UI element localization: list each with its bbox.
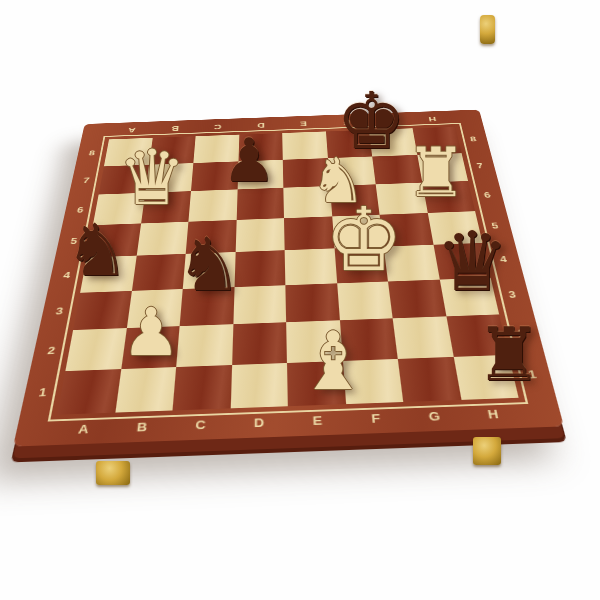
file-label-top-H: H xyxy=(410,114,455,124)
piece-white-king-f4[interactable]: ♚ xyxy=(325,196,404,284)
piece-white-queen-b7[interactable]: ♛ xyxy=(118,140,186,216)
square-g1[interactable] xyxy=(398,356,461,402)
square-d2[interactable] xyxy=(232,322,287,364)
square-d5[interactable] xyxy=(235,218,284,252)
rank-label-left-3: 3 xyxy=(46,293,72,331)
square-d1[interactable] xyxy=(230,363,288,409)
rank-label-right-7: 7 xyxy=(469,152,492,181)
file-label-bottom-G: G xyxy=(404,407,465,426)
piece-black-knight-c4[interactable]: ♞ xyxy=(176,227,242,301)
piece-black-pawn-d7[interactable]: ♟ xyxy=(222,130,276,190)
piece-white-pawn-b2[interactable]: ♟ xyxy=(121,300,180,366)
file-label-bottom-E: E xyxy=(288,412,347,431)
board-tilt-wrapper: ABCDEFGH ABCDEFGH 87654321 87654321 xyxy=(0,0,600,600)
piece-black-knight-a4[interactable]: ♞ xyxy=(65,214,130,286)
file-label-bottom-B: B xyxy=(111,418,171,437)
file-label-bottom-F: F xyxy=(346,409,406,428)
product-photo-stage: ABCDEFGH ABCDEFGH 87654321 87654321 ♚♛♟♞… xyxy=(0,0,600,600)
rank-label-left-7: 7 xyxy=(75,166,96,195)
file-label-bottom-A: A xyxy=(52,420,113,439)
brass-hinge-left xyxy=(96,461,130,485)
square-b1[interactable] xyxy=(115,367,176,413)
square-g2[interactable] xyxy=(393,316,453,358)
brass-clasp-top xyxy=(480,15,495,44)
brass-hinge-right xyxy=(473,437,501,465)
file-label-bottom-D: D xyxy=(229,414,288,433)
square-a1[interactable] xyxy=(57,369,121,415)
rank-label-left-8: 8 xyxy=(81,140,102,167)
square-c1[interactable] xyxy=(173,365,232,411)
square-c2[interactable] xyxy=(176,324,233,366)
piece-black-rook-h1[interactable]: ♜ xyxy=(476,317,542,391)
file-label-bottom-H: H xyxy=(462,405,524,424)
rank-label-right-6: 6 xyxy=(476,180,500,210)
rank-label-left-2: 2 xyxy=(37,330,64,371)
rank-label-left-1: 1 xyxy=(28,371,56,416)
piece-black-queen-h3[interactable]: ♛ xyxy=(435,221,509,303)
piece-white-rook-h6[interactable]: ♜ xyxy=(406,139,467,207)
file-label-top-E: E xyxy=(282,119,325,129)
piece-white-bishop-e1[interactable]: ♝ xyxy=(297,322,369,402)
perspective-scene: ABCDEFGH ABCDEFGH 87654321 87654321 xyxy=(0,0,600,600)
file-label-bottom-C: C xyxy=(170,416,230,435)
square-a2[interactable] xyxy=(65,328,126,371)
